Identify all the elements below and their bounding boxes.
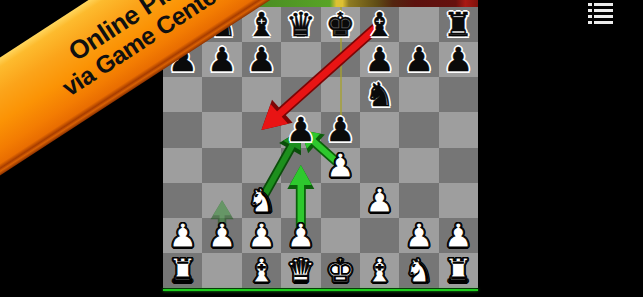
- square-c6[interactable]: [242, 77, 281, 112]
- square-c4[interactable]: [242, 148, 281, 183]
- turn-indicator-bar: [163, 289, 478, 292]
- square-c5[interactable]: [242, 112, 281, 147]
- piece-white-knight-c3[interactable]: ♞: [242, 183, 281, 218]
- square-b5[interactable]: [202, 112, 241, 147]
- piece-white-bishop-f1[interactable]: ♝: [360, 253, 399, 288]
- piece-black-pawn-e5[interactable]: ♟: [321, 112, 360, 147]
- piece-black-king-e8[interactable]: ♚: [321, 7, 360, 42]
- piece-black-pawn-h7[interactable]: ♟: [439, 42, 478, 77]
- square-h5[interactable]: [439, 112, 478, 147]
- square-f2[interactable]: [360, 218, 399, 253]
- square-g6[interactable]: [399, 77, 438, 112]
- square-e3[interactable]: [321, 183, 360, 218]
- square-g8[interactable]: [399, 7, 438, 42]
- square-h6[interactable]: [439, 77, 478, 112]
- piece-black-pawn-d5[interactable]: ♟: [281, 112, 320, 147]
- square-a5[interactable]: [163, 112, 202, 147]
- square-b3[interactable]: [202, 183, 241, 218]
- piece-white-queen-d1[interactable]: ♛: [281, 253, 320, 288]
- piece-black-pawn-f7[interactable]: ♟: [360, 42, 399, 77]
- square-h4[interactable]: [439, 148, 478, 183]
- square-g3[interactable]: [399, 183, 438, 218]
- square-b4[interactable]: [202, 148, 241, 183]
- piece-white-rook-a1[interactable]: ♜: [163, 253, 202, 288]
- square-b1[interactable]: [202, 253, 241, 288]
- piece-white-pawn-c2[interactable]: ♟: [242, 218, 281, 253]
- piece-white-pawn-a2[interactable]: ♟: [163, 218, 202, 253]
- piece-white-pawn-e4[interactable]: ♟: [321, 148, 360, 183]
- square-a3[interactable]: [163, 183, 202, 218]
- square-e2[interactable]: [321, 218, 360, 253]
- square-a4[interactable]: [163, 148, 202, 183]
- square-d3[interactable]: [281, 183, 320, 218]
- piece-black-knight-f6[interactable]: ♞: [360, 77, 399, 112]
- square-g4[interactable]: [399, 148, 438, 183]
- square-a6[interactable]: [163, 77, 202, 112]
- square-f5[interactable]: [360, 112, 399, 147]
- square-f4[interactable]: [360, 148, 399, 183]
- chess-board-area: ♜♞♝♛♚♝♜♟♟♟♟♟♟♞♟♟♟♞♟♟♟♟♟♟♟♜♝♛♚♝♞♜: [163, 7, 478, 288]
- square-g5[interactable]: [399, 112, 438, 147]
- piece-black-pawn-b7[interactable]: ♟: [202, 42, 241, 77]
- square-b6[interactable]: [202, 77, 241, 112]
- piece-black-queen-d8[interactable]: ♛: [281, 7, 320, 42]
- piece-white-pawn-h2[interactable]: ♟: [439, 218, 478, 253]
- square-e6[interactable]: [321, 77, 360, 112]
- square-d6[interactable]: [281, 77, 320, 112]
- square-h3[interactable]: [439, 183, 478, 218]
- piece-white-pawn-f3[interactable]: ♟: [360, 183, 399, 218]
- piece-white-knight-g1[interactable]: ♞: [399, 253, 438, 288]
- piece-white-bishop-c1[interactable]: ♝: [242, 253, 281, 288]
- list-menu-icon: [588, 3, 613, 6]
- square-e7[interactable]: [321, 42, 360, 77]
- piece-white-rook-h1[interactable]: ♜: [439, 253, 478, 288]
- square-d4[interactable]: [281, 148, 320, 183]
- piece-white-king-e1[interactable]: ♚: [321, 253, 360, 288]
- piece-black-pawn-c7[interactable]: ♟: [242, 42, 281, 77]
- piece-white-pawn-b2[interactable]: ♟: [202, 218, 241, 253]
- piece-black-pawn-g7[interactable]: ♟: [399, 42, 438, 77]
- app-screen: ♜♞♝♛♚♝♜♟♟♟♟♟♟♞♟♟♟♞♟♟♟♟♟♟♟♜♝♛♚♝♞♜ Online …: [0, 0, 643, 297]
- piece-white-pawn-g2[interactable]: ♟: [399, 218, 438, 253]
- piece-black-bishop-f8[interactable]: ♝: [360, 7, 399, 42]
- square-d7[interactable]: [281, 42, 320, 77]
- piece-black-rook-h8[interactable]: ♜: [439, 7, 478, 42]
- menu-button[interactable]: [588, 3, 613, 24]
- piece-white-pawn-d2[interactable]: ♟: [281, 218, 320, 253]
